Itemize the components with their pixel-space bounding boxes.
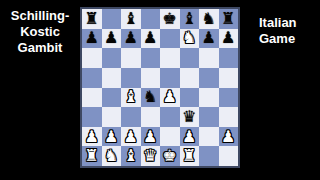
square-g8[interactable]: ♞ — [199, 9, 219, 29]
white-pawn[interactable]: ♟ — [163, 89, 177, 105]
square-e8[interactable]: ♚ — [160, 9, 180, 29]
square-d4[interactable]: ♞ — [141, 88, 161, 108]
black-knight[interactable]: ♞ — [202, 11, 216, 27]
square-b3[interactable] — [102, 107, 122, 127]
square-a6[interactable] — [82, 48, 102, 68]
square-c3[interactable] — [121, 107, 141, 127]
square-c6[interactable] — [121, 48, 141, 68]
black-pawn[interactable]: ♟ — [104, 30, 118, 46]
square-f8[interactable]: ♝ — [180, 9, 200, 29]
white-rook[interactable]: ♜ — [182, 148, 196, 164]
square-h7[interactable]: ♟ — [219, 29, 239, 49]
square-c8[interactable]: ♝ — [121, 9, 141, 29]
square-b8[interactable] — [102, 9, 122, 29]
black-rook[interactable]: ♜ — [221, 11, 235, 27]
white-knight[interactable]: ♞ — [182, 30, 196, 46]
square-e2[interactable] — [160, 127, 180, 147]
square-c4[interactable]: ♝ — [121, 88, 141, 108]
square-g6[interactable] — [199, 48, 219, 68]
square-d3[interactable] — [141, 107, 161, 127]
white-king[interactable]: ♚ — [163, 148, 177, 164]
square-d5[interactable] — [141, 68, 161, 88]
square-c1[interactable]: ♝ — [121, 146, 141, 166]
opening-name-line3: Gambit — [0, 40, 80, 56]
white-pawn[interactable]: ♟ — [182, 129, 196, 145]
square-a1[interactable]: ♜ — [82, 146, 102, 166]
opening-name-left: Schilling- Kostic Gambit — [0, 8, 80, 56]
black-pawn[interactable]: ♟ — [85, 30, 99, 46]
square-h8[interactable]: ♜ — [219, 9, 239, 29]
white-queen[interactable]: ♛ — [143, 148, 157, 164]
white-rook[interactable]: ♜ — [85, 148, 99, 164]
square-d7[interactable]: ♟ — [141, 29, 161, 49]
square-h6[interactable] — [219, 48, 239, 68]
square-f7[interactable]: ♞ — [180, 29, 200, 49]
white-bishop[interactable]: ♝ — [124, 89, 138, 105]
square-c2[interactable]: ♟ — [121, 127, 141, 147]
square-e3[interactable] — [160, 107, 180, 127]
opening-name-right-line1: Italian — [259, 15, 320, 31]
square-a2[interactable]: ♟ — [82, 127, 102, 147]
square-a5[interactable] — [82, 68, 102, 88]
square-e5[interactable] — [160, 68, 180, 88]
square-a8[interactable]: ♜ — [82, 9, 102, 29]
square-d1[interactable]: ♛ — [141, 146, 161, 166]
black-knight[interactable]: ♞ — [143, 89, 157, 105]
black-bishop[interactable]: ♝ — [124, 11, 138, 27]
white-pawn[interactable]: ♟ — [85, 129, 99, 145]
square-e1[interactable]: ♚ — [160, 146, 180, 166]
square-e4[interactable]: ♟ — [160, 88, 180, 108]
square-g3[interactable] — [199, 107, 219, 127]
opening-name-line1: Schilling- — [0, 8, 80, 24]
chess-board: ♜♝♚♝♞♜♟♟♟♟♞♟♟♝♞♟♛♟♟♟♟♟♟♜♞♝♛♚♜ — [80, 7, 240, 168]
square-g7[interactable]: ♟ — [199, 29, 219, 49]
white-pawn[interactable]: ♟ — [143, 129, 157, 145]
black-queen[interactable]: ♛ — [182, 109, 196, 125]
square-b6[interactable] — [102, 48, 122, 68]
square-f1[interactable]: ♜ — [180, 146, 200, 166]
square-g5[interactable] — [199, 68, 219, 88]
white-knight[interactable]: ♞ — [104, 148, 118, 164]
square-f3[interactable]: ♛ — [180, 107, 200, 127]
thumbnail: Schilling- Kostic Gambit ♜♝♚♝♞♜♟♟♟♟♞♟♟♝♞… — [0, 0, 320, 180]
black-pawn[interactable]: ♟ — [143, 30, 157, 46]
square-f4[interactable] — [180, 88, 200, 108]
black-king[interactable]: ♚ — [163, 11, 177, 27]
square-h2[interactable]: ♟ — [219, 127, 239, 147]
opening-name-right-line2: Game — [259, 31, 320, 47]
square-b7[interactable]: ♟ — [102, 29, 122, 49]
square-a7[interactable]: ♟ — [82, 29, 102, 49]
square-a3[interactable] — [82, 107, 102, 127]
square-c7[interactable]: ♟ — [121, 29, 141, 49]
black-pawn[interactable]: ♟ — [124, 30, 138, 46]
square-g2[interactable] — [199, 127, 219, 147]
black-pawn[interactable]: ♟ — [202, 30, 216, 46]
white-bishop[interactable]: ♝ — [124, 148, 138, 164]
opening-name-right: Italian Game — [259, 15, 320, 47]
square-f2[interactable]: ♟ — [180, 127, 200, 147]
square-d6[interactable] — [141, 48, 161, 68]
square-g4[interactable] — [199, 88, 219, 108]
white-pawn[interactable]: ♟ — [104, 129, 118, 145]
square-c5[interactable] — [121, 68, 141, 88]
white-pawn[interactable]: ♟ — [221, 129, 235, 145]
square-b4[interactable] — [102, 88, 122, 108]
square-e7[interactable] — [160, 29, 180, 49]
white-pawn[interactable]: ♟ — [124, 129, 138, 145]
square-b2[interactable]: ♟ — [102, 127, 122, 147]
square-b1[interactable]: ♞ — [102, 146, 122, 166]
square-g1[interactable] — [199, 146, 219, 166]
square-h5[interactable] — [219, 68, 239, 88]
square-h3[interactable] — [219, 107, 239, 127]
square-d2[interactable]: ♟ — [141, 127, 161, 147]
square-f6[interactable] — [180, 48, 200, 68]
square-d8[interactable] — [141, 9, 161, 29]
square-e6[interactable] — [160, 48, 180, 68]
black-pawn[interactable]: ♟ — [221, 30, 235, 46]
opening-name-line2: Kostic — [0, 24, 80, 40]
square-b5[interactable] — [102, 68, 122, 88]
square-f5[interactable] — [180, 68, 200, 88]
square-a4[interactable] — [82, 88, 102, 108]
square-h1[interactable] — [219, 146, 239, 166]
black-rook[interactable]: ♜ — [85, 11, 99, 27]
square-h4[interactable] — [219, 88, 239, 108]
black-bishop[interactable]: ♝ — [182, 11, 196, 27]
